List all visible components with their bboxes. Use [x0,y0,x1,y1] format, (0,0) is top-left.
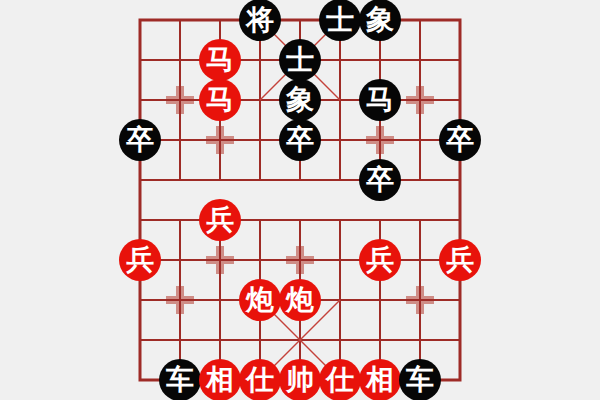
start-point-marker [366,126,394,154]
piece-red-advisor[interactable]: 仕 [239,359,281,400]
marker-corner-tl [206,246,219,259]
piece-red-general[interactable]: 帅 [279,359,321,400]
marker-corner-bl [206,141,219,154]
piece-red-advisor[interactable]: 仕 [319,359,361,400]
marker-corner-tr [181,286,194,299]
marker-corner-bl [166,301,179,314]
piece-red-cannon[interactable]: 炮 [279,279,321,321]
piece-red-horse[interactable]: 马 [199,79,241,121]
piece-black-general[interactable]: 将 [239,0,281,41]
marker-corner-br [381,141,394,154]
piece-red-pawn[interactable]: 兵 [359,239,401,281]
marker-corner-br [421,101,434,114]
marker-corner-tr [221,246,234,259]
marker-corner-br [181,101,194,114]
xiangqi-board: 将士象马士马象马卒卒卒卒兵兵兵兵炮炮车相仕帅仕相车 [0,0,600,400]
piece-red-pawn[interactable]: 兵 [119,239,161,281]
start-point-marker [406,286,434,314]
piece-black-chariot[interactable]: 车 [159,359,201,400]
marker-corner-tr [221,126,234,139]
marker-corner-br [221,141,234,154]
piece-red-horse[interactable]: 马 [199,39,241,81]
piece-black-horse[interactable]: 马 [359,79,401,121]
marker-corner-tr [421,86,434,99]
marker-corner-tr [301,246,314,259]
piece-black-advisor[interactable]: 士 [319,0,361,41]
piece-red-elephant[interactable]: 相 [359,359,401,400]
marker-corner-tr [381,126,394,139]
marker-corner-tr [181,86,194,99]
start-point-marker [166,86,194,114]
piece-black-pawn[interactable]: 卒 [359,159,401,201]
marker-corner-tl [166,86,179,99]
start-point-marker [166,286,194,314]
marker-corner-tl [286,246,299,259]
marker-corner-tl [206,126,219,139]
start-point-marker [206,246,234,274]
marker-corner-tr [421,286,434,299]
board-click-layer[interactable]: 将士象马士马象马卒卒卒卒兵兵兵兵炮炮车相仕帅仕相车 [120,0,480,400]
piece-black-pawn[interactable]: 卒 [439,119,481,161]
start-point-marker [406,86,434,114]
piece-black-pawn[interactable]: 卒 [119,119,161,161]
piece-black-advisor[interactable]: 士 [279,39,321,81]
marker-corner-tl [366,126,379,139]
marker-corner-tl [406,86,419,99]
piece-black-elephant[interactable]: 象 [359,0,401,41]
marker-corner-tl [406,286,419,299]
marker-corner-bl [406,301,419,314]
marker-corner-bl [286,261,299,274]
marker-corner-br [301,261,314,274]
marker-corner-bl [166,101,179,114]
piece-red-pawn[interactable]: 兵 [439,239,481,281]
marker-corner-bl [406,101,419,114]
piece-red-pawn[interactable]: 兵 [199,199,241,241]
start-point-marker [206,126,234,154]
marker-corner-br [421,301,434,314]
piece-red-cannon[interactable]: 炮 [239,279,281,321]
marker-corner-tl [166,286,179,299]
piece-red-elephant[interactable]: 相 [199,359,241,400]
marker-corner-br [221,261,234,274]
piece-black-chariot[interactable]: 车 [399,359,441,400]
piece-black-pawn[interactable]: 卒 [279,119,321,161]
marker-corner-bl [206,261,219,274]
piece-black-elephant[interactable]: 象 [279,79,321,121]
marker-corner-bl [366,141,379,154]
start-point-marker [286,246,314,274]
marker-corner-br [181,301,194,314]
